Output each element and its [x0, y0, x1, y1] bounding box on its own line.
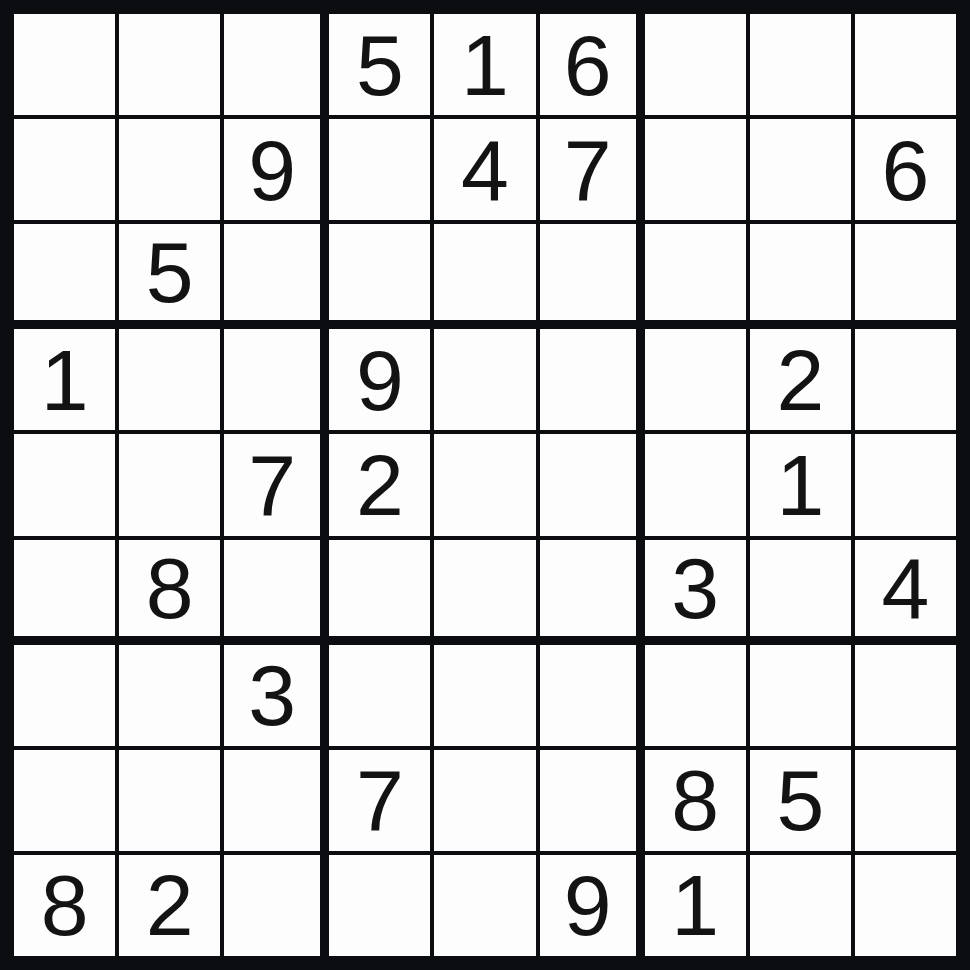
cell-r6c5[interactable] [432, 538, 537, 643]
cell-r4c3[interactable] [222, 327, 327, 432]
cell-r4c2[interactable] [117, 327, 222, 432]
cell-r5c9[interactable] [853, 432, 958, 537]
cell-r8c2[interactable] [117, 748, 222, 853]
cell-r6c3[interactable] [222, 538, 327, 643]
cell-r3c7[interactable] [643, 222, 748, 327]
cell-r9c3[interactable] [222, 853, 327, 958]
cell-r7c1[interactable] [12, 643, 117, 748]
cell-r4c5[interactable] [432, 327, 537, 432]
cell-r2c3[interactable]: 9 [222, 117, 327, 222]
cell-r6c1[interactable] [12, 538, 117, 643]
cell-r7c8[interactable] [748, 643, 853, 748]
cell-r7c9[interactable] [853, 643, 958, 748]
cell-r2c6[interactable]: 7 [538, 117, 643, 222]
cell-r3c3[interactable] [222, 222, 327, 327]
cell-r2c2[interactable] [117, 117, 222, 222]
cell-r9c6[interactable]: 9 [538, 853, 643, 958]
cell-r5c6[interactable] [538, 432, 643, 537]
cell-r4c7[interactable] [643, 327, 748, 432]
cell-r7c2[interactable] [117, 643, 222, 748]
cell-r5c2[interactable] [117, 432, 222, 537]
cell-r8c6[interactable] [538, 748, 643, 853]
cell-r8c7[interactable]: 8 [643, 748, 748, 853]
cell-r7c5[interactable] [432, 643, 537, 748]
cell-r2c5[interactable]: 4 [432, 117, 537, 222]
cell-r6c7[interactable]: 3 [643, 538, 748, 643]
cell-r7c6[interactable] [538, 643, 643, 748]
cell-r3c5[interactable] [432, 222, 537, 327]
cell-r5c1[interactable] [12, 432, 117, 537]
cell-r3c8[interactable] [748, 222, 853, 327]
cell-r8c5[interactable] [432, 748, 537, 853]
cell-r3c9[interactable] [853, 222, 958, 327]
cell-r6c6[interactable] [538, 538, 643, 643]
cell-r7c3[interactable]: 3 [222, 643, 327, 748]
cell-r1c3[interactable] [222, 12, 327, 117]
cell-r5c3[interactable]: 7 [222, 432, 327, 537]
cell-r1c1[interactable] [12, 12, 117, 117]
cell-r2c7[interactable] [643, 117, 748, 222]
cell-r9c5[interactable] [432, 853, 537, 958]
cell-r8c9[interactable] [853, 748, 958, 853]
cell-r4c4[interactable]: 9 [327, 327, 432, 432]
cell-r4c9[interactable] [853, 327, 958, 432]
cell-r9c7[interactable]: 1 [643, 853, 748, 958]
cell-r4c1[interactable]: 1 [12, 327, 117, 432]
cell-r8c4[interactable]: 7 [327, 748, 432, 853]
cell-r3c6[interactable] [538, 222, 643, 327]
cell-r2c8[interactable] [748, 117, 853, 222]
cell-r1c7[interactable] [643, 12, 748, 117]
cell-r9c1[interactable]: 8 [12, 853, 117, 958]
cell-r9c9[interactable] [853, 853, 958, 958]
cell-r6c2[interactable]: 8 [117, 538, 222, 643]
cell-r2c1[interactable] [12, 117, 117, 222]
cell-r8c8[interactable]: 5 [748, 748, 853, 853]
cell-r4c6[interactable] [538, 327, 643, 432]
cell-r6c8[interactable] [748, 538, 853, 643]
cell-r1c9[interactable] [853, 12, 958, 117]
cell-r1c5[interactable]: 1 [432, 12, 537, 117]
cell-r1c2[interactable] [117, 12, 222, 117]
cell-r6c4[interactable] [327, 538, 432, 643]
cell-r5c8[interactable]: 1 [748, 432, 853, 537]
cell-r3c1[interactable] [12, 222, 117, 327]
cell-r5c5[interactable] [432, 432, 537, 537]
cell-r8c1[interactable] [12, 748, 117, 853]
cell-r7c7[interactable] [643, 643, 748, 748]
cell-r2c9[interactable]: 6 [853, 117, 958, 222]
sudoku-board: 5169476519272183437858291 [0, 0, 970, 970]
cell-r4c8[interactable]: 2 [748, 327, 853, 432]
cell-r1c6[interactable]: 6 [538, 12, 643, 117]
cell-r6c9[interactable]: 4 [853, 538, 958, 643]
cell-r5c7[interactable] [643, 432, 748, 537]
cell-r1c8[interactable] [748, 12, 853, 117]
cell-r1c4[interactable]: 5 [327, 12, 432, 117]
cell-r9c2[interactable]: 2 [117, 853, 222, 958]
cell-r2c4[interactable] [327, 117, 432, 222]
cell-r7c4[interactable] [327, 643, 432, 748]
cell-r3c4[interactable] [327, 222, 432, 327]
cell-r3c2[interactable]: 5 [117, 222, 222, 327]
cell-r8c3[interactable] [222, 748, 327, 853]
cell-r5c4[interactable]: 2 [327, 432, 432, 537]
cell-r9c4[interactable] [327, 853, 432, 958]
cell-r9c8[interactable] [748, 853, 853, 958]
